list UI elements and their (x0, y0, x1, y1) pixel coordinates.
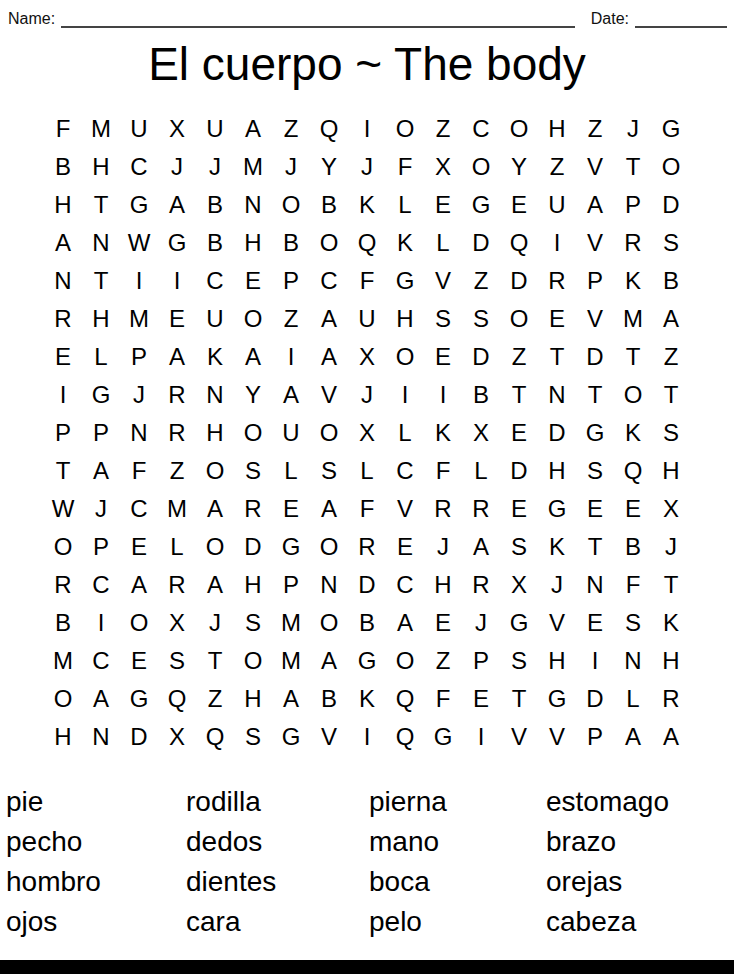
grid-cell-r3c1: H (44, 186, 82, 224)
grid-cell-r4c10: K (386, 224, 424, 262)
grid-cell-r17c11: G (424, 718, 462, 756)
grid-cell-r8c13: T (500, 376, 538, 414)
grid-cell-r6c5: U (196, 300, 234, 338)
grid-cell-r2c1: B (44, 148, 82, 186)
grid-cell-r9c12: X (462, 414, 500, 452)
grid-cell-r14c14: V (538, 604, 576, 642)
grid-cell-r4c16: R (614, 224, 652, 262)
grid-cell-r11c6: R (234, 490, 272, 528)
grid-cell-r12c17: J (652, 528, 690, 566)
grid-cell-r11c11: R (424, 490, 462, 528)
grid-cell-r5c14: R (538, 262, 576, 300)
grid-cell-r12c1: O (44, 528, 82, 566)
grid-cell-r11c16: E (614, 490, 652, 528)
grid-cell-r7c1: E (44, 338, 82, 376)
grid-cell-r7c2: L (82, 338, 120, 376)
grid-cell-r16c12: E (462, 680, 500, 718)
grid-cell-r13c4: R (158, 566, 196, 604)
grid-cell-r6c11: S (424, 300, 462, 338)
grid-cell-r1c10: O (386, 110, 424, 148)
grid-cell-r8c2: G (82, 376, 120, 414)
grid-cell-r14c11: E (424, 604, 462, 642)
grid-cell-r10c9: L (348, 452, 386, 490)
grid-cell-r8c8: V (310, 376, 348, 414)
grid-cell-r9c10: L (386, 414, 424, 452)
grid-cell-r13c9: D (348, 566, 386, 604)
grid-cell-r15c14: H (538, 642, 576, 680)
grid-cell-r11c15: E (576, 490, 614, 528)
grid-cell-r4c14: I (538, 224, 576, 262)
grid-cell-r3c15: A (576, 186, 614, 224)
grid-cell-r17c7: G (272, 718, 310, 756)
grid-cell-r4c7: B (272, 224, 310, 262)
grid-cell-r12c12: A (462, 528, 500, 566)
grid-cell-r10c6: S (234, 452, 272, 490)
page-title: El cuerpo ~ The body (0, 38, 734, 90)
grid-cell-r10c1: T (44, 452, 82, 490)
grid-cell-r8c16: O (614, 376, 652, 414)
grid-cell-r7c8: A (310, 338, 348, 376)
grid-cell-r16c11: F (424, 680, 462, 718)
grid-cell-r12c3: E (120, 528, 158, 566)
grid-cell-r7c16: T (614, 338, 652, 376)
grid-cell-r11c17: X (652, 490, 690, 528)
grid-cell-r7c11: E (424, 338, 462, 376)
grid-cell-r7c5: K (196, 338, 234, 376)
grid-cell-r6c9: U (348, 300, 386, 338)
grid-cell-r6c10: H (386, 300, 424, 338)
grid-cell-r13c6: H (234, 566, 272, 604)
word-pierna: pierna (369, 782, 546, 822)
grid-cell-r6c6: O (234, 300, 272, 338)
grid-cell-r11c3: C (120, 490, 158, 528)
grid-cell-r12c16: B (614, 528, 652, 566)
grid-cell-r15c16: N (614, 642, 652, 680)
grid-cell-r4c9: Q (348, 224, 386, 262)
grid-cell-r17c9: I (348, 718, 386, 756)
grid-cell-r1c8: Q (310, 110, 348, 148)
grid-cell-r7c4: A (158, 338, 196, 376)
grid-cell-r14c7: M (272, 604, 310, 642)
grid-cell-r14c5: J (196, 604, 234, 642)
grid-cell-r10c13: D (500, 452, 538, 490)
name-input-line[interactable] (61, 10, 575, 28)
grid-cell-r13c5: A (196, 566, 234, 604)
grid-cell-r15c13: S (500, 642, 538, 680)
grid-cell-r5c17: B (652, 262, 690, 300)
grid-cell-r6c2: H (82, 300, 120, 338)
grid-cell-r3c10: L (386, 186, 424, 224)
grid-cell-r8c4: R (158, 376, 196, 414)
grid-cell-r15c15: I (576, 642, 614, 680)
grid-cell-r17c6: S (234, 718, 272, 756)
grid-cell-r12c5: O (196, 528, 234, 566)
grid-cell-r6c16: M (614, 300, 652, 338)
grid-cell-r8c12: B (462, 376, 500, 414)
grid-cell-r9c6: O (234, 414, 272, 452)
grid-cell-r2c14: Z (538, 148, 576, 186)
grid-cell-r3c4: A (158, 186, 196, 224)
grid-cell-r10c14: H (538, 452, 576, 490)
word-cabeza: cabeza (546, 902, 734, 942)
grid-cell-r2c9: J (348, 148, 386, 186)
grid-cell-r12c10: E (386, 528, 424, 566)
grid-cell-r11c7: E (272, 490, 310, 528)
grid-cell-r15c12: P (462, 642, 500, 680)
grid-cell-r13c14: J (538, 566, 576, 604)
grid-cell-r4c6: H (234, 224, 272, 262)
grid-cell-r9c3: N (120, 414, 158, 452)
grid-cell-r12c15: T (576, 528, 614, 566)
word-mano: mano (369, 822, 546, 862)
grid-cell-r10c4: Z (158, 452, 196, 490)
grid-cell-r10c5: O (196, 452, 234, 490)
word-ojos: ojos (6, 902, 186, 942)
grid-cell-r10c2: A (82, 452, 120, 490)
grid-cell-r5c15: P (576, 262, 614, 300)
grid-cell-r10c17: H (652, 452, 690, 490)
grid-cell-r5c5: C (196, 262, 234, 300)
grid-cell-r16c7: A (272, 680, 310, 718)
grid-cell-r16c1: O (44, 680, 82, 718)
grid-cell-r16c3: G (120, 680, 158, 718)
grid-cell-r9c8: O (310, 414, 348, 452)
grid-cell-r1c5: U (196, 110, 234, 148)
grid-cell-r1c11: Z (424, 110, 462, 148)
grid-cell-r16c4: Q (158, 680, 196, 718)
grid-cell-r8c3: J (120, 376, 158, 414)
grid-cell-r13c3: A (120, 566, 158, 604)
grid-cell-r6c17: A (652, 300, 690, 338)
grid-cell-r1c17: G (652, 110, 690, 148)
grid-cell-r9c11: K (424, 414, 462, 452)
word-rodilla: rodilla (186, 782, 369, 822)
grid-cell-r2c11: X (424, 148, 462, 186)
grid-cell-r1c15: Z (576, 110, 614, 148)
grid-cell-r8c7: A (272, 376, 310, 414)
grid-cell-r15c1: M (44, 642, 82, 680)
grid-cell-r6c14: E (538, 300, 576, 338)
grid-cell-r7c12: D (462, 338, 500, 376)
grid-cell-r9c16: K (614, 414, 652, 452)
grid-cell-r15c11: Z (424, 642, 462, 680)
grid-cell-r14c1: B (44, 604, 82, 642)
grid-cell-r14c15: E (576, 604, 614, 642)
grid-cell-r4c2: N (82, 224, 120, 262)
word-boca: boca (369, 862, 546, 902)
name-label: Name: (8, 10, 55, 28)
grid-cell-r17c13: V (500, 718, 538, 756)
grid-cell-r2c16: T (614, 148, 652, 186)
grid-cell-r9c9: X (348, 414, 386, 452)
grid-cell-r11c12: R (462, 490, 500, 528)
grid-cell-r7c3: P (120, 338, 158, 376)
grid-cell-r3c16: P (614, 186, 652, 224)
grid-cell-r17c17: A (652, 718, 690, 756)
grid-cell-r10c11: F (424, 452, 462, 490)
grid-cell-r6c8: A (310, 300, 348, 338)
grid-cell-r8c14: N (538, 376, 576, 414)
grid-cell-r9c7: U (272, 414, 310, 452)
grid-cell-r11c5: A (196, 490, 234, 528)
grid-cell-r11c8: A (310, 490, 348, 528)
grid-cell-r15c5: T (196, 642, 234, 680)
grid-cell-r9c14: D (538, 414, 576, 452)
grid-cell-r17c16: A (614, 718, 652, 756)
grid-cell-r1c14: H (538, 110, 576, 148)
grid-cell-r7c15: D (576, 338, 614, 376)
date-label: Date: (591, 10, 629, 28)
grid-cell-r16c2: A (82, 680, 120, 718)
grid-cell-r10c16: Q (614, 452, 652, 490)
grid-cell-r14c13: G (500, 604, 538, 642)
grid-cell-r5c12: Z (462, 262, 500, 300)
grid-cell-r14c9: B (348, 604, 386, 642)
grid-cell-r16c17: R (652, 680, 690, 718)
grid-cell-r13c10: C (386, 566, 424, 604)
grid-cell-r2c8: Y (310, 148, 348, 186)
grid-cell-r5c11: V (424, 262, 462, 300)
word-pie: pie (6, 782, 186, 822)
word-hombro: hombro (6, 862, 186, 902)
grid-cell-r11c1: W (44, 490, 82, 528)
grid-cell-r8c9: J (348, 376, 386, 414)
grid-cell-r4c5: B (196, 224, 234, 262)
grid-cell-r2c17: O (652, 148, 690, 186)
grid-cell-r1c13: O (500, 110, 538, 148)
grid-cell-r1c3: U (120, 110, 158, 148)
word-cara: cara (186, 902, 369, 942)
grid-cell-r6c12: S (462, 300, 500, 338)
grid-cell-r13c13: X (500, 566, 538, 604)
grid-cell-r16c16: L (614, 680, 652, 718)
grid-cell-r16c15: D (576, 680, 614, 718)
grid-cell-r8c1: I (44, 376, 82, 414)
grid-cell-r4c12: D (462, 224, 500, 262)
grid-cell-r10c3: F (120, 452, 158, 490)
grid-cell-r4c13: Q (500, 224, 538, 262)
grid-cell-r4c4: G (158, 224, 196, 262)
grid-cell-r3c5: B (196, 186, 234, 224)
grid-cell-r8c5: N (196, 376, 234, 414)
grid-cell-r8c6: Y (234, 376, 272, 414)
bottom-bar (0, 960, 734, 974)
grid-cell-r4c3: W (120, 224, 158, 262)
grid-cell-r8c10: I (386, 376, 424, 414)
grid-cell-r13c1: R (44, 566, 82, 604)
grid-cell-r17c15: P (576, 718, 614, 756)
grid-cell-r15c2: C (82, 642, 120, 680)
grid-cell-r14c12: J (462, 604, 500, 642)
grid-cell-r11c4: M (158, 490, 196, 528)
grid-cell-r1c2: M (82, 110, 120, 148)
grid-cell-r3c3: G (120, 186, 158, 224)
grid-cell-r7c14: T (538, 338, 576, 376)
word-dedos: dedos (186, 822, 369, 862)
grid-cell-r10c12: L (462, 452, 500, 490)
grid-cell-r14c17: K (652, 604, 690, 642)
grid-cell-r14c3: O (120, 604, 158, 642)
grid-cell-r5c3: I (120, 262, 158, 300)
grid-cell-r10c15: S (576, 452, 614, 490)
grid-cell-r7c7: I (272, 338, 310, 376)
grid-cell-r6c13: O (500, 300, 538, 338)
grid-cell-r9c13: E (500, 414, 538, 452)
grid-cell-r2c2: H (82, 148, 120, 186)
grid-cell-r11c10: V (386, 490, 424, 528)
grid-cell-r12c13: S (500, 528, 538, 566)
word-pecho: pecho (6, 822, 186, 862)
grid-cell-r2c13: Y (500, 148, 538, 186)
grid-cell-r2c7: J (272, 148, 310, 186)
grid-cell-r7c10: O (386, 338, 424, 376)
grid-cell-r2c10: F (386, 148, 424, 186)
word-pelo: pelo (369, 902, 546, 942)
grid-cell-r14c16: S (614, 604, 652, 642)
grid-cell-r16c14: G (538, 680, 576, 718)
grid-cell-r10c8: S (310, 452, 348, 490)
grid-cell-r16c10: Q (386, 680, 424, 718)
grid-cell-r15c17: H (652, 642, 690, 680)
grid-cell-r12c14: K (538, 528, 576, 566)
grid-cell-r4c15: V (576, 224, 614, 262)
grid-cell-r14c10: A (386, 604, 424, 642)
grid-cell-r13c2: C (82, 566, 120, 604)
grid-cell-r9c2: P (82, 414, 120, 452)
grid-cell-r13c7: P (272, 566, 310, 604)
grid-cell-r5c8: C (310, 262, 348, 300)
grid-cell-r12c11: J (424, 528, 462, 566)
grid-cell-r12c9: R (348, 528, 386, 566)
grid-cell-r5c10: G (386, 262, 424, 300)
grid-cell-r11c14: G (538, 490, 576, 528)
grid-cell-r14c8: O (310, 604, 348, 642)
grid-cell-r9c17: S (652, 414, 690, 452)
grid-cell-r17c14: V (538, 718, 576, 756)
grid-cell-r17c12: I (462, 718, 500, 756)
grid-cell-r4c1: A (44, 224, 82, 262)
grid-cell-r5c6: E (234, 262, 272, 300)
word-brazo: brazo (546, 822, 734, 862)
grid-cell-r17c8: V (310, 718, 348, 756)
grid-cell-r1c6: A (234, 110, 272, 148)
grid-cell-r2c6: M (234, 148, 272, 186)
grid-cell-r2c5: J (196, 148, 234, 186)
grid-cell-r9c5: H (196, 414, 234, 452)
grid-cell-r4c8: O (310, 224, 348, 262)
grid-cell-r1c1: F (44, 110, 82, 148)
grid-cell-r1c9: I (348, 110, 386, 148)
grid-cell-r5c9: F (348, 262, 386, 300)
grid-cell-r3c8: B (310, 186, 348, 224)
grid-cell-r5c4: I (158, 262, 196, 300)
grid-cell-r7c13: Z (500, 338, 538, 376)
grid-cell-r3c13: E (500, 186, 538, 224)
word-search-grid: FMUXUAZQIOZCOHZJGBHCJJMJYJFXOYZVTOHTGABN… (44, 110, 690, 756)
grid-cell-r5c1: N (44, 262, 82, 300)
grid-cell-r12c6: D (234, 528, 272, 566)
grid-cell-r3c11: E (424, 186, 462, 224)
grid-cell-r16c6: H (234, 680, 272, 718)
word-orejas: orejas (546, 862, 734, 902)
grid-cell-r3c2: T (82, 186, 120, 224)
grid-cell-r15c7: M (272, 642, 310, 680)
grid-cell-r4c17: S (652, 224, 690, 262)
grid-cell-r3c9: K (348, 186, 386, 224)
grid-cell-r1c16: J (614, 110, 652, 148)
grid-cell-r5c16: K (614, 262, 652, 300)
grid-cell-r6c1: R (44, 300, 82, 338)
grid-cell-r11c2: J (82, 490, 120, 528)
grid-cell-r1c7: Z (272, 110, 310, 148)
grid-cell-r17c1: H (44, 718, 82, 756)
grid-cell-r12c4: L (158, 528, 196, 566)
grid-cell-r2c3: C (120, 148, 158, 186)
grid-cell-r17c4: X (158, 718, 196, 756)
grid-cell-r13c15: N (576, 566, 614, 604)
grid-cell-r5c2: T (82, 262, 120, 300)
grid-cell-r9c4: R (158, 414, 196, 452)
grid-cell-r7c9: X (348, 338, 386, 376)
grid-cell-r2c15: V (576, 148, 614, 186)
grid-cell-r15c9: G (348, 642, 386, 680)
word-estomago: estomago (546, 782, 734, 822)
grid-cell-r3c17: D (652, 186, 690, 224)
grid-cell-r1c4: X (158, 110, 196, 148)
grid-cell-r14c6: S (234, 604, 272, 642)
grid-cell-r11c9: F (348, 490, 386, 528)
grid-cell-r13c11: H (424, 566, 462, 604)
grid-cell-r13c17: T (652, 566, 690, 604)
grid-cell-r2c4: J (158, 148, 196, 186)
grid-cell-r3c6: N (234, 186, 272, 224)
grid-cell-r15c8: A (310, 642, 348, 680)
grid-cell-r14c2: I (82, 604, 120, 642)
grid-cell-r11c13: E (500, 490, 538, 528)
grid-cell-r12c2: P (82, 528, 120, 566)
grid-cell-r6c3: M (120, 300, 158, 338)
grid-cell-r12c7: G (272, 528, 310, 566)
grid-cell-r2c12: O (462, 148, 500, 186)
grid-cell-r17c5: Q (196, 718, 234, 756)
grid-cell-r17c2: N (82, 718, 120, 756)
date-input-line[interactable] (635, 10, 727, 28)
grid-cell-r8c15: T (576, 376, 614, 414)
word-list: pierodillapiernaestomagopechodedosmanobr… (0, 782, 734, 942)
grid-cell-r13c16: F (614, 566, 652, 604)
grid-cell-r16c9: K (348, 680, 386, 718)
grid-cell-r6c15: V (576, 300, 614, 338)
grid-cell-r7c6: A (234, 338, 272, 376)
grid-cell-r10c10: C (386, 452, 424, 490)
grid-cell-r15c4: S (158, 642, 196, 680)
grid-cell-r3c14: U (538, 186, 576, 224)
grid-cell-r1c12: C (462, 110, 500, 148)
grid-cell-r17c10: Q (386, 718, 424, 756)
grid-cell-r7c17: Z (652, 338, 690, 376)
grid-cell-r15c6: O (234, 642, 272, 680)
grid-cell-r16c13: T (500, 680, 538, 718)
grid-cell-r13c8: N (310, 566, 348, 604)
grid-cell-r5c13: D (500, 262, 538, 300)
grid-cell-r16c5: Z (196, 680, 234, 718)
grid-cell-r15c10: O (386, 642, 424, 680)
grid-cell-r9c15: G (576, 414, 614, 452)
grid-cell-r17c3: D (120, 718, 158, 756)
header: Name: Date: (0, 0, 734, 28)
grid-cell-r9c1: P (44, 414, 82, 452)
grid-cell-r8c11: I (424, 376, 462, 414)
